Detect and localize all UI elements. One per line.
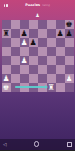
square-a7[interactable]: ♜ <box>2 29 11 38</box>
white-pawn: ♟ <box>20 56 29 65</box>
square-f1[interactable]: ♜ <box>47 83 56 92</box>
square-h3[interactable] <box>65 65 74 74</box>
square-d7[interactable] <box>29 29 38 38</box>
page-subtitle: rating <box>42 4 50 7</box>
square-g3[interactable] <box>56 65 65 74</box>
square-h4[interactable] <box>65 56 74 65</box>
square-f7[interactable] <box>47 29 56 38</box>
square-f6[interactable] <box>47 38 56 47</box>
square-a3[interactable] <box>2 65 11 74</box>
square-h2[interactable]: ♟ <box>65 74 74 83</box>
square-h6[interactable] <box>65 38 74 47</box>
square-e4[interactable] <box>38 56 47 65</box>
recents-square-icon[interactable] <box>67 142 72 147</box>
square-d5[interactable] <box>29 47 38 56</box>
square-c4[interactable]: ♟ <box>20 56 29 65</box>
page-title: Puzzles <box>25 3 40 7</box>
square-a6[interactable] <box>2 38 11 47</box>
back-triangle-icon[interactable]: ◁ <box>3 142 7 147</box>
square-d4[interactable] <box>29 56 38 65</box>
square-f4[interactable] <box>47 56 56 65</box>
square-e5[interactable] <box>38 47 47 56</box>
white-pawn: ♟ <box>65 74 74 83</box>
square-c5[interactable] <box>20 47 29 56</box>
square-c7[interactable]: ♟ <box>20 29 29 38</box>
black-pawn: ♟ <box>20 29 29 38</box>
white-rook: ♜ <box>47 83 56 92</box>
home-circle-icon[interactable] <box>34 141 40 147</box>
square-b8[interactable] <box>11 20 20 29</box>
black-pawn: ♟ <box>29 38 38 47</box>
square-g5[interactable] <box>56 47 65 56</box>
square-f8[interactable] <box>47 20 56 29</box>
square-g2[interactable] <box>56 74 65 83</box>
black-rook: ♜ <box>2 29 11 38</box>
square-e7[interactable] <box>38 29 47 38</box>
square-f3[interactable] <box>47 65 56 74</box>
square-d8[interactable] <box>29 20 38 29</box>
black-pawn: ♟ <box>56 29 65 38</box>
header: Puzzles rating <box>0 3 75 7</box>
square-c2[interactable] <box>20 74 29 83</box>
white-pawn-icon: ♟ <box>0 12 75 18</box>
white-pawn: ♟ <box>20 38 29 47</box>
square-h5[interactable] <box>65 47 74 56</box>
square-a5[interactable] <box>2 47 11 56</box>
square-e3[interactable] <box>38 65 47 74</box>
square-g1[interactable] <box>56 83 65 92</box>
square-e8[interactable] <box>38 20 47 29</box>
phone-screen: Puzzles rating ♟ ♚♜♟♟♟♟♟♟♟♟♚♜ ◁ <box>0 0 75 150</box>
chess-board: ♚♜♟♟♟♟♟♟♟♟♚♜ <box>2 20 74 92</box>
square-h7[interactable]: ♟ <box>65 29 74 38</box>
square-b7[interactable] <box>11 29 20 38</box>
square-b6[interactable] <box>11 38 20 47</box>
square-h1[interactable] <box>65 83 74 92</box>
white-king: ♚ <box>2 83 11 92</box>
square-b3[interactable] <box>11 65 20 74</box>
black-king: ♚ <box>65 20 74 29</box>
square-h8[interactable]: ♚ <box>65 20 74 29</box>
square-a2[interactable]: ♟ <box>2 74 11 83</box>
square-b5[interactable] <box>11 47 20 56</box>
square-g7[interactable]: ♟ <box>56 29 65 38</box>
square-c6[interactable]: ♟ <box>20 38 29 47</box>
square-g6[interactable] <box>56 38 65 47</box>
black-pawn: ♟ <box>65 29 74 38</box>
white-pawn: ♟ <box>2 74 11 83</box>
square-g4[interactable] <box>56 56 65 65</box>
square-b2[interactable] <box>11 74 20 83</box>
square-d3[interactable] <box>29 65 38 74</box>
square-f2[interactable] <box>47 74 56 83</box>
move-arrow-head <box>45 85 48 89</box>
square-f5[interactable] <box>47 47 56 56</box>
square-a1[interactable]: ♚ <box>2 83 11 92</box>
square-c8[interactable] <box>20 20 29 29</box>
android-nav-bar: ◁ <box>0 139 75 151</box>
square-d2[interactable] <box>29 74 38 83</box>
move-arrow <box>15 86 45 88</box>
square-e2[interactable] <box>38 74 47 83</box>
square-a4[interactable] <box>2 56 11 65</box>
square-c3[interactable] <box>20 65 29 74</box>
square-e6[interactable] <box>38 38 47 47</box>
square-a8[interactable] <box>2 20 11 29</box>
square-g8[interactable] <box>56 20 65 29</box>
square-b4[interactable] <box>11 56 20 65</box>
square-d6[interactable]: ♟ <box>29 38 38 47</box>
